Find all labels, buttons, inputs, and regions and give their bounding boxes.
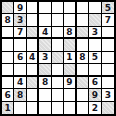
cell-r6c1-empty[interactable] [2, 64, 14, 76]
cell-r6c8-empty[interactable] [89, 64, 101, 76]
cell-r6c6-empty[interactable] [64, 64, 76, 76]
cell-r9c6-empty[interactable] [64, 102, 76, 114]
cell-r8c5-empty[interactable] [52, 89, 64, 101]
cell-r3c8-given-3[interactable]: 3 [89, 27, 101, 39]
cell-r3c1-empty[interactable] [2, 27, 14, 39]
cell-r2c1-given-8[interactable]: 8 [2, 14, 14, 26]
cell-r1c3-empty[interactable] [27, 2, 39, 14]
cell-r4c3-empty[interactable] [27, 39, 39, 51]
cell-r6c5-empty[interactable] [52, 64, 64, 76]
cell-r6c9-empty[interactable] [102, 64, 114, 76]
sudoku-board: 9583774836431854896689312 [0, 0, 116, 116]
cell-r4c2-empty[interactable] [14, 39, 26, 51]
cell-r4c4-empty[interactable] [39, 39, 51, 51]
cell-r5c5-empty[interactable] [52, 52, 64, 64]
cell-r7c5-empty[interactable] [52, 77, 64, 89]
cell-r5c6-given-1[interactable]: 1 [64, 52, 76, 64]
cell-r1c5-empty[interactable] [52, 2, 64, 14]
cell-r7c2-given-4[interactable]: 4 [14, 77, 26, 89]
cell-r7c1-empty[interactable] [2, 77, 14, 89]
cell-r4c8-empty[interactable] [89, 39, 101, 51]
cell-r7c4-given-8[interactable]: 8 [39, 77, 51, 89]
cell-r9c1-given-1[interactable]: 1 [2, 102, 14, 114]
cell-r8c7-empty[interactable] [77, 89, 89, 101]
cell-r5c8-given-5[interactable]: 5 [89, 52, 101, 64]
cell-r2c7-empty[interactable] [77, 14, 89, 26]
cell-r7c8-given-6[interactable]: 6 [89, 77, 101, 89]
cell-r2c5-empty[interactable] [52, 14, 64, 26]
cell-r6c7-empty[interactable] [77, 64, 89, 76]
cell-r9c2-empty[interactable] [14, 102, 26, 114]
cell-r7c7-empty[interactable] [77, 77, 89, 89]
cell-r2c3-empty[interactable] [27, 14, 39, 26]
cell-r4c6-empty[interactable] [64, 39, 76, 51]
cell-r1c4-empty[interactable] [39, 2, 51, 14]
cell-r1c7-empty[interactable] [77, 2, 89, 14]
cell-r9c7-empty[interactable] [77, 102, 89, 114]
cell-r1c2-given-9[interactable]: 9 [14, 2, 26, 14]
cell-r5c1-empty[interactable] [2, 52, 14, 64]
cell-r5c3-given-4[interactable]: 4 [27, 52, 39, 64]
cell-r9c4-empty[interactable] [39, 102, 51, 114]
cell-r8c9-given-3[interactable]: 3 [102, 89, 114, 101]
cell-r6c3-empty[interactable] [27, 64, 39, 76]
cell-r4c9-empty[interactable] [102, 39, 114, 51]
cell-r9c9-empty[interactable] [102, 102, 114, 114]
cell-r1c6-empty[interactable] [64, 2, 76, 14]
cell-r3c7-empty[interactable] [77, 27, 89, 39]
cell-r8c6-empty[interactable] [64, 89, 76, 101]
cell-r9c5-empty[interactable] [52, 102, 64, 114]
cell-r6c2-empty[interactable] [14, 64, 26, 76]
cell-r3c9-empty[interactable] [102, 27, 114, 39]
cell-r8c8-given-9[interactable]: 9 [89, 89, 101, 101]
cell-r1c1-empty[interactable] [2, 2, 14, 14]
cell-r7c9-empty[interactable] [102, 77, 114, 89]
cell-r7c3-empty[interactable] [27, 77, 39, 89]
cell-r4c1-empty[interactable] [2, 39, 14, 51]
cell-r1c8-empty[interactable] [89, 2, 101, 14]
cell-r8c2-given-8[interactable]: 8 [14, 89, 26, 101]
cell-r3c2-given-7[interactable]: 7 [14, 27, 26, 39]
cell-r5c4-given-3[interactable]: 3 [39, 52, 51, 64]
cell-r2c6-empty[interactable] [64, 14, 76, 26]
cell-r3c5-empty[interactable] [52, 27, 64, 39]
cell-r1c9-given-5[interactable]: 5 [102, 2, 114, 14]
cell-r7c6-given-9[interactable]: 9 [64, 77, 76, 89]
cell-r8c4-empty[interactable] [39, 89, 51, 101]
cell-r3c4-given-4[interactable]: 4 [39, 27, 51, 39]
cell-r2c9-given-7[interactable]: 7 [102, 14, 114, 26]
cell-r5c9-empty[interactable] [102, 52, 114, 64]
cell-r9c3-empty[interactable] [27, 102, 39, 114]
cell-r8c1-given-6[interactable]: 6 [2, 89, 14, 101]
cell-r3c3-empty[interactable] [27, 27, 39, 39]
cell-r5c7-given-8[interactable]: 8 [77, 52, 89, 64]
cell-r6c4-empty[interactable] [39, 64, 51, 76]
cell-r2c2-given-3[interactable]: 3 [14, 14, 26, 26]
cell-r2c8-empty[interactable] [89, 14, 101, 26]
cell-r3c6-given-8[interactable]: 8 [64, 27, 76, 39]
cell-r4c7-empty[interactable] [77, 39, 89, 51]
cell-r5c2-given-6[interactable]: 6 [14, 52, 26, 64]
cell-r4c5-empty[interactable] [52, 39, 64, 51]
cell-r2c4-empty[interactable] [39, 14, 51, 26]
cell-r8c3-empty[interactable] [27, 89, 39, 101]
cell-r9c8-given-2[interactable]: 2 [89, 102, 101, 114]
